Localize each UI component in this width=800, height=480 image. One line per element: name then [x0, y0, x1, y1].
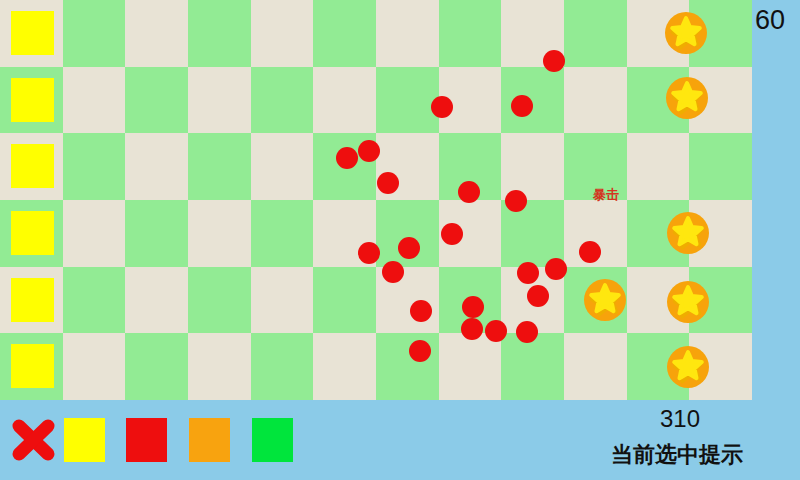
- red-ball[interactable]: [485, 320, 507, 342]
- red-ball[interactable]: [409, 340, 431, 362]
- star-icon: [666, 345, 710, 389]
- board-cell: [63, 267, 126, 334]
- red-ball[interactable]: [527, 285, 549, 307]
- red-ball[interactable]: [516, 321, 538, 343]
- board-cell: [376, 67, 439, 134]
- board-cell: [564, 333, 627, 400]
- x-icon: [10, 418, 57, 462]
- star-icon: [666, 211, 710, 255]
- yellow-block[interactable]: [11, 278, 54, 322]
- board-cell: [313, 0, 376, 67]
- board-cell: [188, 0, 251, 67]
- yellow-block[interactable]: [11, 144, 54, 188]
- board-cell: [188, 333, 251, 400]
- board-cell: [63, 67, 126, 134]
- selection-hint-label: 当前选中提示: [611, 440, 743, 470]
- timer-value: 60: [755, 5, 785, 36]
- board-cell: [313, 333, 376, 400]
- board-cell: [251, 267, 314, 334]
- star-coin[interactable]: [666, 211, 710, 259]
- board-cell: [313, 267, 376, 334]
- star-coin[interactable]: [666, 280, 710, 328]
- star-coin[interactable]: [583, 278, 627, 326]
- board-cell: [376, 0, 439, 67]
- board-cell: [439, 0, 502, 67]
- board-cell: [251, 333, 314, 400]
- board-cell: [564, 0, 627, 67]
- red-ball[interactable]: [462, 296, 484, 318]
- game-stage: 暴击 60 310 当前选中提示: [0, 0, 800, 480]
- board-cell: [125, 67, 188, 134]
- board-cell: [125, 200, 188, 267]
- star-icon: [583, 278, 627, 322]
- yellow-block[interactable]: [11, 211, 54, 255]
- board-cell: [251, 0, 314, 67]
- red-ball[interactable]: [441, 223, 463, 245]
- board-cell: [125, 333, 188, 400]
- red-ball[interactable]: [545, 258, 567, 280]
- board-cell: [376, 333, 439, 400]
- board-cell: [251, 67, 314, 134]
- red-ball[interactable]: [398, 237, 420, 259]
- red-ball[interactable]: [358, 140, 380, 162]
- red-ball[interactable]: [579, 241, 601, 263]
- yellow-block[interactable]: [11, 344, 54, 388]
- game-board: [0, 0, 752, 400]
- board-cell: [63, 0, 126, 67]
- red-ball[interactable]: [461, 318, 483, 340]
- board-cell: [188, 267, 251, 334]
- clear-selection-button[interactable]: [10, 418, 57, 462]
- star-coin[interactable]: [666, 345, 710, 393]
- color-swatch-green[interactable]: [252, 418, 293, 462]
- star-icon: [666, 280, 710, 324]
- star-coin[interactable]: [665, 76, 709, 124]
- board-cell: [501, 67, 564, 134]
- board-cell: [564, 67, 627, 134]
- board-cell: [188, 200, 251, 267]
- board-cell: [188, 133, 251, 200]
- board-cell: [125, 133, 188, 200]
- board-cell: [627, 133, 690, 200]
- red-ball[interactable]: [511, 95, 533, 117]
- crit-label: 暴击: [593, 188, 619, 202]
- yellow-block[interactable]: [11, 78, 54, 122]
- red-ball[interactable]: [377, 172, 399, 194]
- red-ball[interactable]: [336, 147, 358, 169]
- star-icon: [664, 11, 708, 55]
- board-cell: [251, 200, 314, 267]
- board-cell: [689, 133, 752, 200]
- yellow-block[interactable]: [11, 11, 54, 55]
- score-value: 310: [640, 405, 720, 433]
- board-cell: [313, 67, 376, 134]
- red-ball[interactable]: [431, 96, 453, 118]
- board-cell: [63, 133, 126, 200]
- red-ball[interactable]: [543, 50, 565, 72]
- board-cell: [501, 333, 564, 400]
- color-swatch-yellow[interactable]: [64, 418, 105, 462]
- color-swatch-red[interactable]: [126, 418, 167, 462]
- board-cell: [188, 67, 251, 134]
- red-ball[interactable]: [410, 300, 432, 322]
- red-ball[interactable]: [517, 262, 539, 284]
- board-cell: [63, 333, 126, 400]
- red-ball[interactable]: [458, 181, 480, 203]
- star-icon: [665, 76, 709, 120]
- board-cell: [63, 200, 126, 267]
- board-cell: [251, 133, 314, 200]
- color-swatch-orange[interactable]: [189, 418, 230, 462]
- red-ball[interactable]: [358, 242, 380, 264]
- star-coin[interactable]: [664, 11, 708, 59]
- board-cell: [125, 267, 188, 334]
- red-ball[interactable]: [382, 261, 404, 283]
- board-cell: [125, 0, 188, 67]
- red-ball[interactable]: [505, 190, 527, 212]
- board-cell: [439, 333, 502, 400]
